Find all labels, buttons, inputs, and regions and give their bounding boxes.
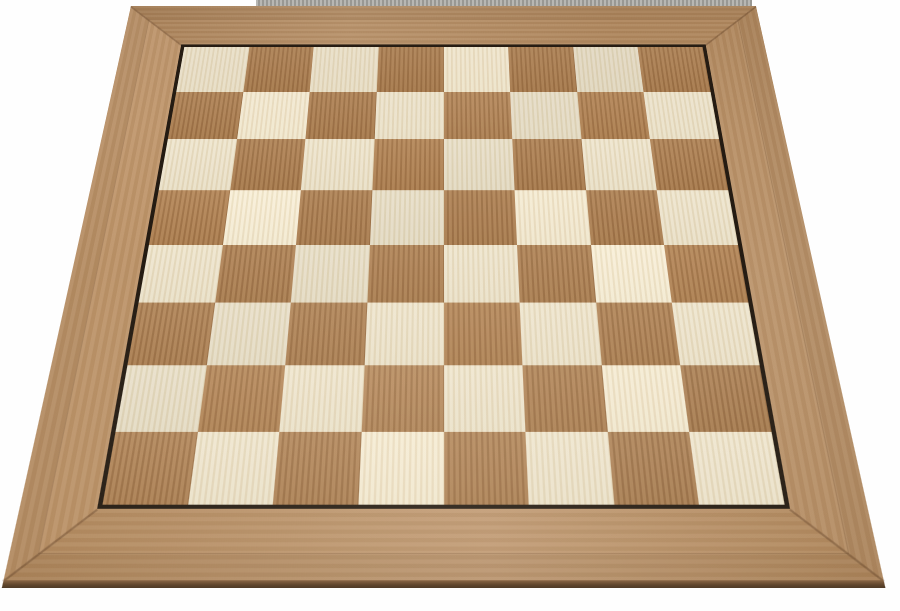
square-c5[interactable]: [296, 190, 372, 244]
square-a5[interactable]: [149, 190, 230, 244]
square-e2[interactable]: [443, 365, 525, 432]
square-g2[interactable]: [601, 365, 689, 432]
square-d4[interactable]: [367, 244, 443, 302]
square-h6[interactable]: [650, 139, 728, 190]
playing-area: [97, 44, 790, 508]
square-h1[interactable]: [689, 432, 784, 504]
square-g6[interactable]: [581, 139, 657, 190]
board-side-edge: [1, 580, 885, 588]
square-c8[interactable]: [309, 46, 378, 91]
square-e6[interactable]: [443, 139, 514, 190]
square-f4[interactable]: [517, 244, 596, 302]
square-g4[interactable]: [590, 244, 671, 302]
square-g8[interactable]: [573, 46, 644, 91]
square-c2[interactable]: [279, 365, 364, 432]
square-d3[interactable]: [364, 302, 443, 364]
square-a3[interactable]: [127, 302, 214, 364]
square-b6[interactable]: [229, 139, 305, 190]
square-e4[interactable]: [443, 244, 519, 302]
square-e7[interactable]: [443, 91, 512, 139]
square-f7[interactable]: [510, 91, 581, 139]
square-a1[interactable]: [102, 432, 197, 504]
square-f5[interactable]: [514, 190, 590, 244]
square-d2[interactable]: [361, 365, 443, 432]
square-b1[interactable]: [187, 432, 279, 504]
square-a7[interactable]: [167, 91, 242, 139]
square-f6[interactable]: [512, 139, 585, 190]
square-d5[interactable]: [369, 190, 443, 244]
square-f3[interactable]: [519, 302, 601, 364]
board-photo: [0, 0, 900, 611]
square-g5[interactable]: [585, 190, 663, 244]
square-e5[interactable]: [443, 190, 517, 244]
square-b4[interactable]: [214, 244, 295, 302]
square-f8[interactable]: [508, 46, 577, 91]
square-g7[interactable]: [577, 91, 650, 139]
square-c1[interactable]: [272, 432, 361, 504]
square-g3[interactable]: [595, 302, 680, 364]
square-a8[interactable]: [176, 46, 249, 91]
square-h7[interactable]: [643, 91, 718, 139]
square-e1[interactable]: [443, 432, 528, 504]
square-h8[interactable]: [637, 46, 710, 91]
board-grid: [102, 46, 784, 504]
chess-board: [1, 6, 885, 588]
square-h4[interactable]: [664, 244, 748, 302]
square-f2[interactable]: [522, 365, 607, 432]
square-b7[interactable]: [236, 91, 309, 139]
square-d1[interactable]: [358, 432, 443, 504]
square-d8[interactable]: [376, 46, 443, 91]
square-c6[interactable]: [301, 139, 374, 190]
square-b3[interactable]: [206, 302, 291, 364]
square-e3[interactable]: [443, 302, 522, 364]
square-c7[interactable]: [305, 91, 376, 139]
square-g1[interactable]: [607, 432, 699, 504]
square-h5[interactable]: [657, 190, 738, 244]
square-a2[interactable]: [115, 365, 206, 432]
square-e8[interactable]: [443, 46, 510, 91]
square-b2[interactable]: [197, 365, 285, 432]
square-f1[interactable]: [525, 432, 614, 504]
square-b5[interactable]: [222, 190, 300, 244]
square-a4[interactable]: [138, 244, 222, 302]
square-d7[interactable]: [374, 91, 443, 139]
square-c4[interactable]: [291, 244, 370, 302]
square-h3[interactable]: [672, 302, 759, 364]
square-d6[interactable]: [372, 139, 443, 190]
square-c3[interactable]: [285, 302, 367, 364]
square-h2[interactable]: [680, 365, 771, 432]
square-b8[interactable]: [243, 46, 314, 91]
square-a6[interactable]: [158, 139, 236, 190]
